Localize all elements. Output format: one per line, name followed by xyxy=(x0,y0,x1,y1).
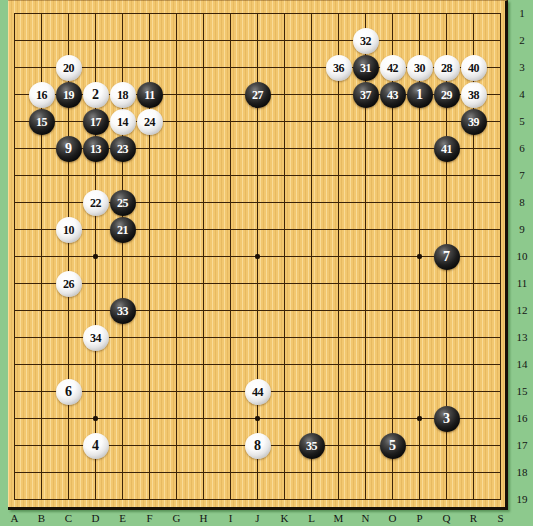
star-point xyxy=(255,254,260,259)
go-diagram-page: 1234567891011131415161718192021222324252… xyxy=(0,0,533,526)
move-number: 9 xyxy=(65,141,72,155)
move-number: 8 xyxy=(254,438,261,452)
star-point xyxy=(93,416,98,421)
go-stone-white-44[interactable]: 44 xyxy=(245,379,271,405)
go-stone-white-6[interactable]: 6 xyxy=(56,379,82,405)
go-stone-black-13[interactable]: 13 xyxy=(83,136,109,162)
move-number: 10 xyxy=(63,223,74,235)
col-label-K: K xyxy=(271,510,298,526)
go-stone-black-17[interactable]: 17 xyxy=(83,109,109,135)
col-label-A: A xyxy=(1,510,28,526)
move-number: 43 xyxy=(387,88,398,100)
move-number: 44 xyxy=(252,385,263,397)
move-number: 24 xyxy=(144,115,155,127)
move-number: 15 xyxy=(36,115,47,127)
move-number: 38 xyxy=(468,88,479,100)
move-number: 39 xyxy=(468,115,479,127)
col-label-Q: Q xyxy=(433,510,460,526)
move-number: 36 xyxy=(333,61,344,73)
move-number: 35 xyxy=(306,439,317,451)
go-board[interactable]: 1234567891011131415161718192021222324252… xyxy=(8,0,508,510)
row-label-13: 13 xyxy=(511,324,533,351)
go-stone-black-3[interactable]: 3 xyxy=(434,406,460,432)
go-stone-white-42[interactable]: 42 xyxy=(380,55,406,81)
move-number: 37 xyxy=(360,88,371,100)
move-number: 33 xyxy=(117,304,128,316)
move-number: 11 xyxy=(144,88,154,100)
go-stone-black-15[interactable]: 15 xyxy=(29,109,55,135)
go-stone-black-11[interactable]: 11 xyxy=(137,82,163,108)
star-point xyxy=(93,254,98,259)
move-number: 29 xyxy=(441,88,452,100)
col-label-S: S xyxy=(487,510,514,526)
move-number: 17 xyxy=(90,115,101,127)
move-number: 25 xyxy=(117,196,128,208)
go-stone-white-10[interactable]: 10 xyxy=(56,217,82,243)
row-label-14: 14 xyxy=(511,351,533,378)
go-stone-white-14[interactable]: 14 xyxy=(110,109,136,135)
col-label-C: C xyxy=(55,510,82,526)
row-label-8: 8 xyxy=(511,189,533,216)
col-label-O: O xyxy=(379,510,406,526)
move-number: 26 xyxy=(63,277,74,289)
move-number: 22 xyxy=(90,196,101,208)
row-label-18: 18 xyxy=(511,459,533,486)
move-number: 40 xyxy=(468,61,479,73)
move-number: 23 xyxy=(117,142,128,154)
go-stone-black-5[interactable]: 5 xyxy=(380,433,406,459)
go-stone-white-34[interactable]: 34 xyxy=(83,325,109,351)
row-label-4: 4 xyxy=(511,81,533,108)
column-labels: ABCDEFGHIJKLMNOPQRS xyxy=(1,510,514,526)
move-number: 42 xyxy=(387,61,398,73)
col-label-R: R xyxy=(460,510,487,526)
move-number: 21 xyxy=(117,223,128,235)
move-number: 20 xyxy=(63,61,74,73)
col-label-B: B xyxy=(28,510,55,526)
go-stone-black-35[interactable]: 35 xyxy=(299,433,325,459)
row-label-10: 10 xyxy=(511,243,533,270)
row-label-15: 15 xyxy=(511,378,533,405)
star-point xyxy=(417,416,422,421)
go-stone-white-36[interactable]: 36 xyxy=(326,55,352,81)
go-stone-white-32[interactable]: 32 xyxy=(353,28,379,54)
move-number: 5 xyxy=(389,438,396,452)
go-stone-white-30[interactable]: 30 xyxy=(407,55,433,81)
go-stone-white-28[interactable]: 28 xyxy=(434,55,460,81)
row-label-7: 7 xyxy=(511,162,533,189)
go-stone-white-18[interactable]: 18 xyxy=(110,82,136,108)
go-stone-black-27[interactable]: 27 xyxy=(245,82,271,108)
col-label-H: H xyxy=(190,510,217,526)
go-stone-white-40[interactable]: 40 xyxy=(461,55,487,81)
star-point xyxy=(417,254,422,259)
go-stone-white-22[interactable]: 22 xyxy=(83,190,109,216)
col-label-P: P xyxy=(406,510,433,526)
move-number: 41 xyxy=(441,142,452,154)
move-number: 2 xyxy=(92,87,99,101)
go-stone-black-33[interactable]: 33 xyxy=(110,298,136,324)
go-stone-white-38[interactable]: 38 xyxy=(461,82,487,108)
row-label-9: 9 xyxy=(511,216,533,243)
col-label-F: F xyxy=(136,510,163,526)
move-number: 19 xyxy=(63,88,74,100)
move-number: 32 xyxy=(360,34,371,46)
go-stone-black-25[interactable]: 25 xyxy=(110,190,136,216)
stone-layer: 1234567891011131415161718192021222324252… xyxy=(1,0,514,513)
go-stone-black-1[interactable]: 1 xyxy=(407,82,433,108)
row-labels: 12345678910111213141516171819 xyxy=(511,0,533,513)
move-number: 4 xyxy=(92,438,99,452)
go-stone-black-23[interactable]: 23 xyxy=(110,136,136,162)
move-number: 3 xyxy=(443,411,450,425)
col-label-E: E xyxy=(109,510,136,526)
move-number: 1 xyxy=(416,87,423,101)
go-stone-black-39[interactable]: 39 xyxy=(461,109,487,135)
row-label-16: 16 xyxy=(511,405,533,432)
col-label-G: G xyxy=(163,510,190,526)
go-stone-white-20[interactable]: 20 xyxy=(56,55,82,81)
col-label-D: D xyxy=(82,510,109,526)
row-label-2: 2 xyxy=(511,27,533,54)
move-number: 31 xyxy=(360,61,371,73)
go-stone-black-21[interactable]: 21 xyxy=(110,217,136,243)
go-stone-black-37[interactable]: 37 xyxy=(353,82,379,108)
go-stone-black-19[interactable]: 19 xyxy=(56,82,82,108)
move-number: 7 xyxy=(443,249,450,263)
row-label-17: 17 xyxy=(511,432,533,459)
row-label-11: 11 xyxy=(511,270,533,297)
col-label-L: L xyxy=(298,510,325,526)
go-stone-black-31[interactable]: 31 xyxy=(353,55,379,81)
row-label-12: 12 xyxy=(511,297,533,324)
go-stone-white-24[interactable]: 24 xyxy=(137,109,163,135)
go-stone-white-4[interactable]: 4 xyxy=(83,433,109,459)
move-number: 28 xyxy=(441,61,452,73)
move-number: 14 xyxy=(117,115,128,127)
star-point xyxy=(255,416,260,421)
go-stone-black-7[interactable]: 7 xyxy=(434,244,460,270)
move-number: 34 xyxy=(90,331,101,343)
go-stone-black-9[interactable]: 9 xyxy=(56,136,82,162)
go-stone-black-29[interactable]: 29 xyxy=(434,82,460,108)
col-label-M: M xyxy=(325,510,352,526)
move-number: 6 xyxy=(65,384,72,398)
row-label-5: 5 xyxy=(511,108,533,135)
move-number: 27 xyxy=(252,88,263,100)
go-stone-white-8[interactable]: 8 xyxy=(245,433,271,459)
move-number: 16 xyxy=(36,88,47,100)
go-stone-white-26[interactable]: 26 xyxy=(56,271,82,297)
row-label-1: 1 xyxy=(511,0,533,27)
col-label-I: I xyxy=(217,510,244,526)
move-number: 18 xyxy=(117,88,128,100)
move-number: 13 xyxy=(90,142,101,154)
row-label-3: 3 xyxy=(511,54,533,81)
row-label-6: 6 xyxy=(511,135,533,162)
row-label-19: 19 xyxy=(511,486,533,513)
col-label-N: N xyxy=(352,510,379,526)
go-stone-white-2[interactable]: 2 xyxy=(83,82,109,108)
col-label-J: J xyxy=(244,510,271,526)
go-stone-black-41[interactable]: 41 xyxy=(434,136,460,162)
move-number: 30 xyxy=(414,61,425,73)
go-stone-white-16[interactable]: 16 xyxy=(29,82,55,108)
go-stone-black-43[interactable]: 43 xyxy=(380,82,406,108)
